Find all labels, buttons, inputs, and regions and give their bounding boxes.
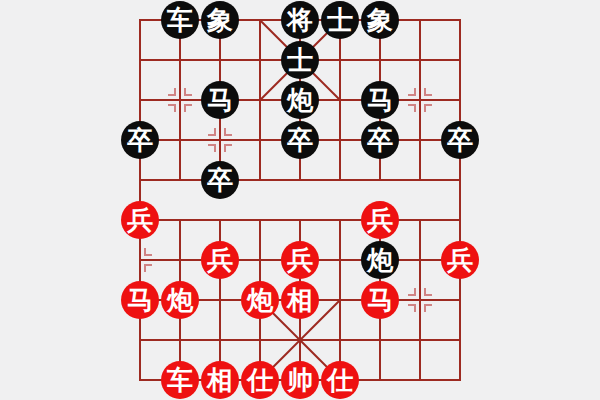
point-marker <box>208 128 216 136</box>
red-elephant[interactable]: 相 <box>201 361 239 399</box>
black-general[interactable]: 将 <box>281 1 319 39</box>
black-horse[interactable]: 马 <box>201 81 239 119</box>
black-soldier[interactable]: 卒 <box>441 121 479 159</box>
black-cannon[interactable]: 炮 <box>281 81 319 119</box>
xiangqi-board[interactable]: 车象将士象士马炮马卒卒卒卒卒兵兵兵兵炮兵马炮炮相马车相仕帅仕 <box>0 0 600 400</box>
black-elephant[interactable]: 象 <box>201 1 239 39</box>
grid-line <box>139 19 141 381</box>
point-marker <box>424 288 432 296</box>
grid-line <box>419 219 421 381</box>
point-marker <box>184 88 192 96</box>
point-marker <box>424 104 432 112</box>
point-marker <box>424 88 432 96</box>
point-marker <box>224 128 232 136</box>
red-horse[interactable]: 马 <box>121 281 159 319</box>
grid-line <box>459 19 461 381</box>
grid-line <box>179 19 181 181</box>
point-marker <box>144 248 152 256</box>
point-marker <box>184 104 192 112</box>
black-advisor[interactable]: 士 <box>321 1 359 39</box>
grid-line <box>419 19 421 181</box>
red-soldier[interactable]: 兵 <box>361 201 399 239</box>
black-advisor[interactable]: 士 <box>281 41 319 79</box>
black-soldier[interactable]: 卒 <box>281 121 319 159</box>
red-horse[interactable]: 马 <box>361 281 399 319</box>
black-cannon[interactable]: 炮 <box>361 241 399 279</box>
point-marker <box>408 304 416 312</box>
black-soldier[interactable]: 卒 <box>121 121 159 159</box>
point-marker <box>208 144 216 152</box>
point-marker <box>408 104 416 112</box>
red-cannon[interactable]: 炮 <box>241 281 279 319</box>
point-marker <box>408 288 416 296</box>
point-marker <box>168 104 176 112</box>
point-marker <box>408 88 416 96</box>
black-chariot[interactable]: 车 <box>161 1 199 39</box>
red-general[interactable]: 帅 <box>281 361 319 399</box>
red-elephant[interactable]: 相 <box>281 281 319 319</box>
red-soldier[interactable]: 兵 <box>201 241 239 279</box>
point-marker <box>224 144 232 152</box>
red-soldier[interactable]: 兵 <box>441 241 479 279</box>
red-soldier[interactable]: 兵 <box>281 241 319 279</box>
red-chariot[interactable]: 车 <box>161 361 199 399</box>
black-horse[interactable]: 马 <box>361 81 399 119</box>
black-soldier[interactable]: 卒 <box>201 161 239 199</box>
red-cannon[interactable]: 炮 <box>161 281 199 319</box>
point-marker <box>144 264 152 272</box>
app-background: 车象将士象士马炮马卒卒卒卒卒兵兵兵兵炮兵马炮炮相马车相仕帅仕 <box>0 0 600 400</box>
red-soldier[interactable]: 兵 <box>121 201 159 239</box>
red-advisor[interactable]: 仕 <box>321 361 359 399</box>
black-elephant[interactable]: 象 <box>361 1 399 39</box>
point-marker <box>424 304 432 312</box>
point-marker <box>168 88 176 96</box>
black-soldier[interactable]: 卒 <box>361 121 399 159</box>
red-advisor[interactable]: 仕 <box>241 361 279 399</box>
